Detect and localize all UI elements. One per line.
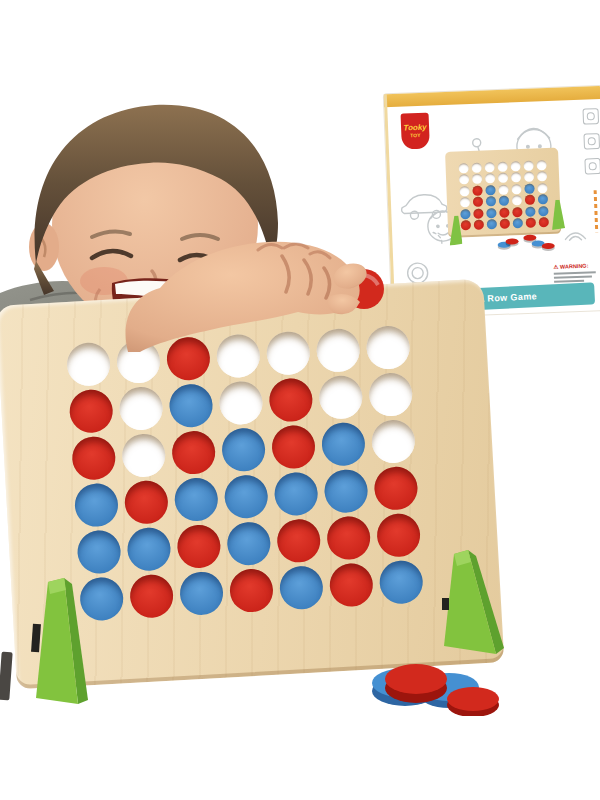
red-disc — [176, 524, 221, 569]
rainbow-sketch-icon — [565, 233, 585, 241]
blue-disc — [168, 383, 213, 428]
blue-disc — [73, 482, 118, 527]
certification-icon — [582, 108, 599, 125]
blue-disc — [485, 185, 495, 195]
blue-disc — [378, 560, 423, 605]
blue-disc — [173, 477, 218, 522]
empty-hole — [497, 173, 507, 183]
mini-disc — [542, 243, 555, 249]
empty-hole — [536, 171, 546, 181]
empty-hole — [459, 197, 469, 207]
empty-hole — [118, 386, 163, 431]
red-disc — [326, 515, 371, 560]
empty-hole — [458, 163, 468, 173]
empty-hole — [218, 380, 263, 425]
empty-hole — [65, 342, 110, 387]
blue-disc — [320, 422, 365, 467]
fist — [126, 242, 360, 352]
stand-slot — [442, 598, 449, 610]
empty-hole — [458, 174, 468, 184]
red-disc — [538, 217, 548, 227]
blue-disc — [226, 521, 271, 566]
empty-hole — [318, 375, 363, 420]
blue-disc — [486, 208, 496, 218]
mini-disc — [505, 238, 518, 244]
empty-hole — [536, 160, 546, 170]
red-disc — [276, 518, 321, 563]
red-disc — [373, 466, 418, 511]
red-disc — [473, 220, 483, 230]
certification-icon — [584, 158, 600, 175]
mini-connect-four-grid — [456, 159, 550, 231]
warning-block: ⚠ WARNING: — [553, 262, 600, 283]
red-disc — [71, 436, 116, 481]
red-disc — [268, 377, 313, 422]
warning-label: WARNING: — [560, 263, 589, 270]
box-scatter-discs — [497, 234, 558, 254]
red-disc — [472, 185, 482, 195]
blue-disc — [76, 529, 121, 574]
blue-disc — [178, 571, 223, 616]
red-disc — [473, 208, 483, 218]
child-arm — [118, 232, 400, 352]
empty-hole — [511, 195, 521, 205]
empty-hole — [510, 161, 520, 171]
stand-left — [26, 572, 96, 708]
empty-hole — [497, 161, 507, 171]
certification-icon — [583, 133, 600, 150]
stand-slot — [31, 624, 41, 652]
empty-hole — [537, 183, 547, 193]
empty-hole — [523, 160, 533, 170]
red-disc — [123, 480, 168, 525]
red-disc — [524, 195, 534, 205]
empty-hole — [511, 184, 521, 194]
red-disc — [499, 219, 509, 229]
stand-right — [438, 546, 510, 664]
blue-disc — [538, 206, 548, 216]
empty-hole — [370, 419, 415, 464]
blue-disc — [223, 474, 268, 519]
empty-hole — [471, 162, 481, 172]
red-disc — [512, 207, 522, 217]
blue-disc — [524, 183, 534, 193]
empty-hole — [368, 372, 413, 417]
blue-disc — [460, 209, 470, 219]
car-sketch-icon — [401, 194, 448, 248]
blue-disc — [220, 427, 265, 472]
empty-hole — [523, 172, 533, 182]
red-disc — [460, 220, 470, 230]
blue-disc — [278, 565, 323, 610]
empty-hole — [484, 162, 494, 172]
blue-disc — [273, 471, 318, 516]
blue-disc — [323, 469, 368, 514]
blue-disc — [512, 218, 522, 228]
empty-hole — [484, 173, 494, 183]
loose-disc-red — [385, 664, 447, 703]
red-disc — [499, 207, 509, 217]
table-edge — [0, 652, 13, 701]
blue-disc — [498, 196, 508, 206]
blue-disc — [525, 206, 535, 216]
blue-disc — [485, 196, 495, 206]
empty-hole — [471, 174, 481, 184]
loose-discs — [358, 652, 508, 716]
blue-disc — [486, 219, 496, 229]
red-disc — [472, 197, 482, 207]
blue-disc — [126, 527, 171, 572]
warning-icon-and-label: ⚠ WARNING: — [553, 262, 600, 271]
box-mini-board — [445, 148, 561, 238]
empty-hole — [498, 184, 508, 194]
red-disc — [68, 389, 113, 434]
red-disc — [525, 218, 535, 228]
product-photo-scene: Tooky TOY — [0, 0, 600, 800]
empty-hole — [121, 433, 166, 478]
red-disc — [128, 574, 173, 619]
loose-disc-red — [447, 687, 499, 716]
connect-four-grid — [62, 323, 427, 624]
red-disc — [328, 562, 373, 607]
red-disc — [228, 568, 273, 613]
certification-icons — [582, 108, 600, 175]
red-disc — [270, 424, 315, 469]
empty-hole — [459, 186, 469, 196]
red-disc — [375, 513, 420, 558]
empty-hole — [510, 172, 520, 182]
red-disc — [170, 430, 215, 475]
blue-disc — [537, 194, 547, 204]
